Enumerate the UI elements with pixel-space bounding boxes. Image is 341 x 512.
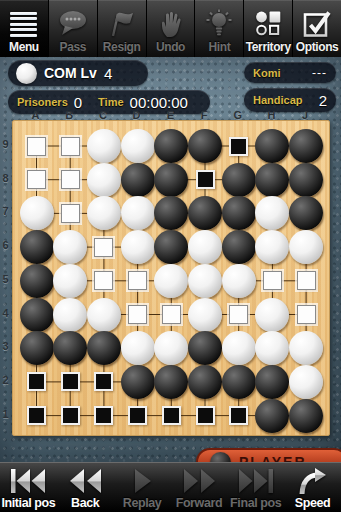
stone-black-H8[interactable] <box>255 163 289 197</box>
white-stone-icon <box>16 63 37 84</box>
territory-marker-black-F8[interactable] <box>196 170 215 189</box>
resign-button[interactable]: Resign <box>98 0 147 57</box>
territory-marker-black-B1[interactable] <box>61 406 80 425</box>
replay-toolbar: Initial pos Back Replay Forward Final po… <box>0 462 341 512</box>
play-icon <box>122 466 162 496</box>
territory-marker-white-A8[interactable] <box>27 170 46 189</box>
stone-black-A3[interactable] <box>20 331 54 365</box>
row-label-8: 8 <box>0 172 11 184</box>
undo-button[interactable]: Undo <box>147 0 196 57</box>
territory-marker-white-J4[interactable] <box>297 305 316 324</box>
forward-label: Forward <box>176 496 223 510</box>
stone-white-A7[interactable] <box>20 196 54 230</box>
stone-black-E2[interactable] <box>154 365 188 399</box>
replay-label: Replay <box>123 496 162 510</box>
territory-marker-white-J5[interactable] <box>297 271 316 290</box>
initial-pos-button[interactable]: Initial pos <box>0 463 57 512</box>
territory-marker-white-B8[interactable] <box>61 170 80 189</box>
hand-icon <box>154 8 188 40</box>
undo-label: Undo <box>156 40 185 54</box>
row-label-3: 3 <box>0 340 11 352</box>
stone-white-B5[interactable] <box>53 264 87 298</box>
stone-black-F9[interactable] <box>188 129 222 163</box>
stone-white-D7[interactable] <box>121 196 155 230</box>
speed-button[interactable]: Speed <box>284 463 341 512</box>
stone-white-D9[interactable] <box>121 129 155 163</box>
stone-black-G7[interactable] <box>222 196 256 230</box>
territory-marker-black-C2[interactable] <box>94 372 113 391</box>
territory-marker-white-H5[interactable] <box>263 271 282 290</box>
resign-label: Resign <box>103 40 141 54</box>
komi-pill: Komi --- <box>244 62 336 83</box>
pass-button[interactable]: Pass <box>49 0 98 57</box>
forward-button[interactable]: Forward <box>170 463 227 512</box>
handicap-pill: Handicap 2 <box>244 88 336 112</box>
stone-white-C4[interactable] <box>87 298 121 332</box>
stone-white-C8[interactable] <box>87 163 121 197</box>
stone-white-H4[interactable] <box>255 298 289 332</box>
time-value: 00:00:00 <box>130 94 188 111</box>
initial-pos-label: Initial pos <box>1 496 55 510</box>
final-pos-button[interactable]: Final pos <box>227 463 284 512</box>
row-label-7: 7 <box>0 205 11 217</box>
stone-black-F3[interactable] <box>188 331 222 365</box>
stone-white-E5[interactable] <box>154 264 188 298</box>
komi-value: --- <box>312 66 327 80</box>
stone-black-F2[interactable] <box>188 365 222 399</box>
lightbulb-icon <box>202 8 236 40</box>
prisoners-value: 0 <box>74 94 82 111</box>
row-label-4: 4 <box>0 307 11 319</box>
row-label-6: 6 <box>0 239 11 251</box>
menu-icon <box>10 8 37 40</box>
hint-label: Hint <box>209 40 231 54</box>
menu-button[interactable]: Menu <box>0 0 49 57</box>
territory-marker-white-G4[interactable] <box>229 305 248 324</box>
speech-bubble-icon <box>56 8 90 40</box>
stone-white-B4[interactable] <box>53 298 87 332</box>
stone-black-G6[interactable] <box>222 230 256 264</box>
checkbox-icon <box>300 8 334 40</box>
territory-marker-black-A1[interactable] <box>27 406 46 425</box>
stone-white-J2[interactable] <box>289 365 323 399</box>
pass-label: Pass <box>60 40 86 54</box>
territory-marker-black-D1[interactable] <box>128 406 147 425</box>
territory-marker-black-F1[interactable] <box>196 406 215 425</box>
territory-marker-white-B9[interactable] <box>61 137 80 156</box>
territory-marker-black-G9[interactable] <box>229 137 248 156</box>
territory-marker-white-D4[interactable] <box>128 305 147 324</box>
territory-marker-black-C1[interactable] <box>94 406 113 425</box>
row-label-5: 5 <box>0 273 11 285</box>
menu-label: Menu <box>9 40 39 54</box>
fast-forward-icon <box>179 466 219 496</box>
territory-label: Territory <box>246 40 291 54</box>
replay-button[interactable]: Replay <box>114 463 171 512</box>
skip-to-end-icon <box>236 466 276 496</box>
stone-black-A5[interactable] <box>20 264 54 298</box>
territory-shapes-icon <box>251 8 285 40</box>
handicap-value: 2 <box>319 92 327 109</box>
stone-white-G5[interactable] <box>222 264 256 298</box>
back-label: Back <box>71 496 99 510</box>
stone-white-D6[interactable] <box>121 230 155 264</box>
stone-white-C9[interactable] <box>87 129 121 163</box>
territory-marker-white-B7[interactable] <box>61 204 80 223</box>
options-label: Options <box>296 40 339 54</box>
stone-white-J6[interactable] <box>289 230 323 264</box>
territory-marker-black-B2[interactable] <box>61 372 80 391</box>
go-app-screen: Menu Pass Resign Undo Hint <box>0 0 341 512</box>
territory-marker-white-A9[interactable] <box>27 137 46 156</box>
rewind-icon <box>65 466 105 496</box>
territory-button[interactable]: Territory <box>244 0 293 57</box>
stone-black-E8[interactable] <box>154 163 188 197</box>
stone-black-C3[interactable] <box>87 331 121 365</box>
row-label-9: 9 <box>0 138 11 150</box>
stone-white-G3[interactable] <box>222 331 256 365</box>
territory-marker-black-G1[interactable] <box>229 406 248 425</box>
opponent-info-pill: COM Lv 4 <box>8 60 148 86</box>
territory-marker-white-D5[interactable] <box>128 271 147 290</box>
game-area: COM Lv 4 Komi --- Prisoners 0 Time 00:00… <box>0 57 341 462</box>
territory-marker-white-C5[interactable] <box>94 271 113 290</box>
curved-arrow-icon <box>293 466 333 496</box>
stone-black-A6[interactable] <box>20 230 54 264</box>
stone-black-J8[interactable] <box>289 163 323 197</box>
prisoners-label: Prisoners <box>17 96 68 108</box>
hint-button[interactable]: Hint <box>195 0 244 57</box>
stone-black-H1[interactable] <box>255 399 289 433</box>
skip-to-start-icon <box>8 466 48 496</box>
stone-black-G8[interactable] <box>222 163 256 197</box>
opponent-label: COM Lv <box>44 65 97 81</box>
options-button[interactable]: Options <box>293 0 341 57</box>
stone-white-D3[interactable] <box>121 331 155 365</box>
stone-white-F6[interactable] <box>188 230 222 264</box>
stone-black-J9[interactable] <box>289 129 323 163</box>
time-label: Time <box>98 96 123 108</box>
flag-icon <box>105 8 139 40</box>
stone-white-F4[interactable] <box>188 298 222 332</box>
row-label-2: 2 <box>0 374 11 386</box>
speed-label: Speed <box>295 496 331 510</box>
territory-marker-white-C6[interactable] <box>94 238 113 257</box>
territory-marker-black-A2[interactable] <box>27 372 46 391</box>
stone-black-D2[interactable] <box>121 365 155 399</box>
territory-marker-white-E4[interactable] <box>162 305 181 324</box>
back-button[interactable]: Back <box>57 463 114 512</box>
final-pos-label: Final pos <box>230 496 281 510</box>
opponent-level-value: 4 <box>104 65 112 82</box>
top-toolbar: Menu Pass Resign Undo Hint <box>0 0 341 57</box>
komi-label: Komi <box>253 67 281 79</box>
stone-black-D8[interactable] <box>121 163 155 197</box>
stone-white-F5[interactable] <box>188 264 222 298</box>
stone-black-A4[interactable] <box>20 298 54 332</box>
go-board[interactable] <box>12 120 330 436</box>
territory-marker-black-E1[interactable] <box>162 406 181 425</box>
handicap-label: Handicap <box>253 94 303 106</box>
stone-black-J1[interactable] <box>289 399 323 433</box>
row-label-1: 1 <box>0 408 11 420</box>
stone-black-G2[interactable] <box>222 365 256 399</box>
